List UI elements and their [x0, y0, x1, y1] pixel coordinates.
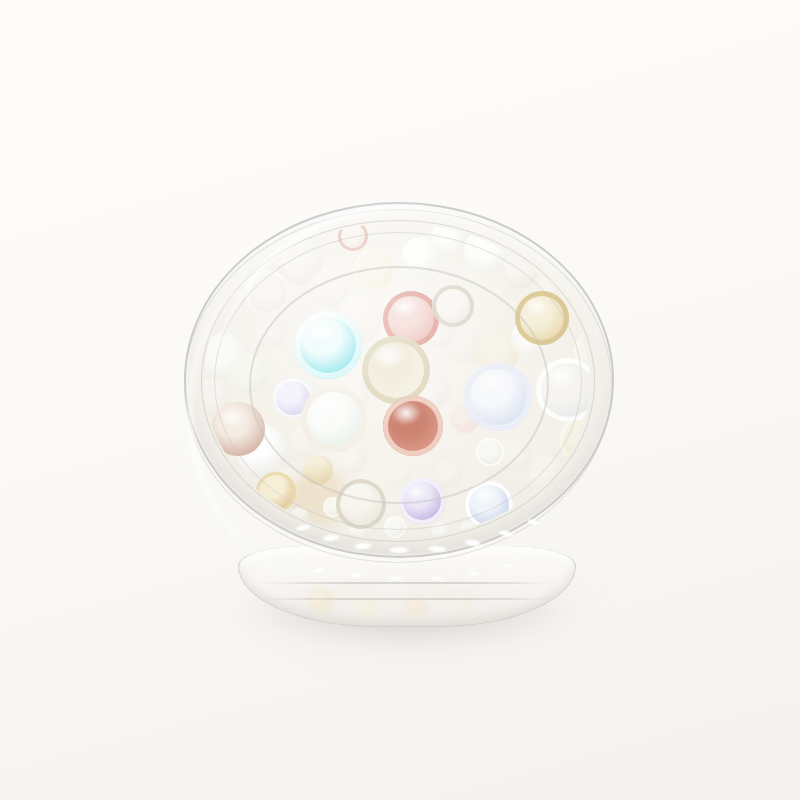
base-bead — [308, 587, 334, 613]
jar-base-seam — [256, 582, 558, 584]
jar-base-seam — [256, 598, 558, 600]
jar-lid — [184, 202, 614, 558]
base-bead — [452, 590, 474, 612]
product-photo-scene — [0, 0, 800, 800]
